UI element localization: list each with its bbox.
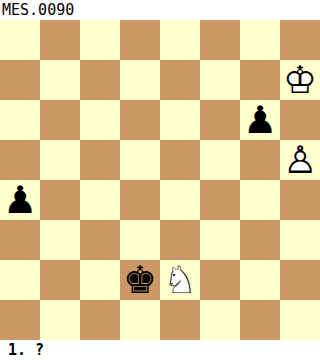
square-b4[interactable] bbox=[40, 180, 80, 220]
square-e4[interactable] bbox=[160, 180, 200, 220]
square-d5[interactable] bbox=[120, 140, 160, 180]
chess-board: ♚♔♟♟♙♟♚♞♘ bbox=[0, 20, 320, 340]
square-c2[interactable] bbox=[80, 260, 120, 300]
square-g1[interactable] bbox=[240, 300, 280, 340]
square-b1[interactable] bbox=[40, 300, 80, 340]
white-knight-fill: ♞ bbox=[160, 260, 200, 300]
square-f1[interactable] bbox=[200, 300, 240, 340]
square-e2[interactable]: ♞♘ bbox=[160, 260, 200, 300]
square-a3[interactable] bbox=[0, 220, 40, 260]
white-knight: ♘ bbox=[160, 260, 200, 300]
square-h7[interactable]: ♚♔ bbox=[280, 60, 320, 100]
square-d7[interactable] bbox=[120, 60, 160, 100]
square-g6[interactable]: ♟ bbox=[240, 100, 280, 140]
square-f7[interactable] bbox=[200, 60, 240, 100]
square-b7[interactable] bbox=[40, 60, 80, 100]
square-c1[interactable] bbox=[80, 300, 120, 340]
square-c3[interactable] bbox=[80, 220, 120, 260]
square-a6[interactable] bbox=[0, 100, 40, 140]
square-e7[interactable] bbox=[160, 60, 200, 100]
square-c8[interactable] bbox=[80, 20, 120, 60]
square-a8[interactable] bbox=[0, 20, 40, 60]
square-a5[interactable] bbox=[0, 140, 40, 180]
square-f4[interactable] bbox=[200, 180, 240, 220]
white-king: ♔ bbox=[280, 60, 320, 100]
square-g2[interactable] bbox=[240, 260, 280, 300]
square-e3[interactable] bbox=[160, 220, 200, 260]
white-pawn-fill: ♟ bbox=[280, 140, 320, 180]
square-a1[interactable] bbox=[0, 300, 40, 340]
square-h1[interactable] bbox=[280, 300, 320, 340]
square-f5[interactable] bbox=[200, 140, 240, 180]
square-d1[interactable] bbox=[120, 300, 160, 340]
black-pawn: ♟ bbox=[240, 100, 280, 140]
square-a7[interactable] bbox=[0, 60, 40, 100]
square-c4[interactable] bbox=[80, 180, 120, 220]
square-a4[interactable]: ♟ bbox=[0, 180, 40, 220]
square-g5[interactable] bbox=[240, 140, 280, 180]
square-h4[interactable] bbox=[280, 180, 320, 220]
square-b2[interactable] bbox=[40, 260, 80, 300]
square-b5[interactable] bbox=[40, 140, 80, 180]
square-h3[interactable] bbox=[280, 220, 320, 260]
move-prompt: 1. ? bbox=[0, 340, 320, 360]
square-g8[interactable] bbox=[240, 20, 280, 60]
white-pawn: ♙ bbox=[280, 140, 320, 180]
square-f3[interactable] bbox=[200, 220, 240, 260]
square-g7[interactable] bbox=[240, 60, 280, 100]
square-d2[interactable]: ♚ bbox=[120, 260, 160, 300]
square-d4[interactable] bbox=[120, 180, 160, 220]
square-f2[interactable] bbox=[200, 260, 240, 300]
square-e5[interactable] bbox=[160, 140, 200, 180]
square-e8[interactable] bbox=[160, 20, 200, 60]
square-d6[interactable] bbox=[120, 100, 160, 140]
square-h8[interactable] bbox=[280, 20, 320, 60]
white-king-fill: ♚ bbox=[280, 60, 320, 100]
puzzle-title: MES.0090 bbox=[0, 0, 320, 20]
square-c5[interactable] bbox=[80, 140, 120, 180]
square-g3[interactable] bbox=[240, 220, 280, 260]
square-d8[interactable] bbox=[120, 20, 160, 60]
square-c7[interactable] bbox=[80, 60, 120, 100]
square-h2[interactable] bbox=[280, 260, 320, 300]
square-b8[interactable] bbox=[40, 20, 80, 60]
square-h6[interactable] bbox=[280, 100, 320, 140]
black-king: ♚ bbox=[120, 260, 160, 300]
square-b3[interactable] bbox=[40, 220, 80, 260]
square-c6[interactable] bbox=[80, 100, 120, 140]
square-h5[interactable]: ♟♙ bbox=[280, 140, 320, 180]
square-b6[interactable] bbox=[40, 100, 80, 140]
square-e6[interactable] bbox=[160, 100, 200, 140]
square-f6[interactable] bbox=[200, 100, 240, 140]
square-e1[interactable] bbox=[160, 300, 200, 340]
square-d3[interactable] bbox=[120, 220, 160, 260]
square-a2[interactable] bbox=[0, 260, 40, 300]
black-pawn: ♟ bbox=[0, 180, 40, 220]
square-g4[interactable] bbox=[240, 180, 280, 220]
square-f8[interactable] bbox=[200, 20, 240, 60]
